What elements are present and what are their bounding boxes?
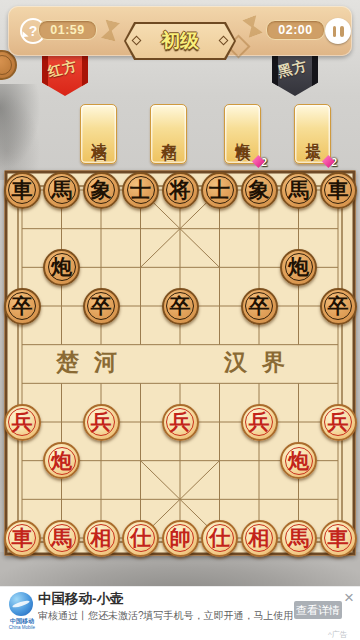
river-label-han: 汉界 bbox=[224, 347, 300, 383]
piece-black-f3r0[interactable]: 士 bbox=[122, 172, 159, 209]
piece-red-f4r9[interactable]: 帥 bbox=[162, 520, 199, 557]
red-timer: 01:59 bbox=[38, 20, 97, 40]
piece-red-f8r9[interactable]: 車 bbox=[320, 520, 357, 557]
ink-smudge-decoration bbox=[0, 84, 46, 180]
xiangqi-board[interactable]: 楚河 汉界 車馬象士将士象馬車炮炮卒卒卒卒卒兵兵兵兵兵炮炮車馬相仕帥仕相馬車 bbox=[4, 170, 356, 556]
piece-black-f1r0[interactable]: 馬 bbox=[43, 172, 80, 209]
piece-black-f4r0[interactable]: 将 bbox=[162, 172, 199, 209]
ad-close-icon[interactable]: × bbox=[344, 588, 354, 608]
logo-caption-en: China Mobile bbox=[2, 625, 42, 630]
piece-red-f0r6[interactable]: 兵 bbox=[4, 404, 41, 441]
top-bar: ? 01:59 初级 02:00 bbox=[8, 6, 352, 56]
piece-black-f2r3[interactable]: 卒 bbox=[83, 288, 120, 325]
background-mountain-art bbox=[0, 552, 360, 588]
piece-black-f2r0[interactable]: 象 bbox=[83, 172, 120, 209]
piece-black-f0r0[interactable]: 車 bbox=[4, 172, 41, 209]
piece-black-f7r2[interactable]: 炮 bbox=[280, 249, 317, 286]
piece-red-f1r7[interactable]: 炮 bbox=[43, 442, 80, 479]
pause-button[interactable] bbox=[325, 18, 351, 44]
piece-red-f7r9[interactable]: 馬 bbox=[280, 520, 317, 557]
piece-red-f2r6[interactable]: 兵 bbox=[83, 404, 120, 441]
ad-tag: ^广告 bbox=[328, 629, 348, 640]
save-game-button[interactable]: 存档 bbox=[150, 104, 187, 164]
level-plaque: 初级 bbox=[124, 22, 236, 60]
piece-black-f7r0[interactable]: 馬 bbox=[280, 172, 317, 209]
piece-black-f6r3[interactable]: 卒 bbox=[241, 288, 278, 325]
undo-move-button[interactable]: 悔棋 2 bbox=[224, 104, 261, 164]
piece-black-f8r3[interactable]: 卒 bbox=[320, 288, 357, 325]
level-label: 初级 bbox=[161, 28, 199, 54]
piece-black-f0r3[interactable]: 卒 bbox=[4, 288, 41, 325]
ad-subtitle: 审核通过丨您还未激活?填写手机号，立即开通，马上使用！！ bbox=[38, 609, 314, 623]
ad-title: 中国移动-小壶 bbox=[38, 590, 124, 608]
hint-button[interactable]: 提示 2 bbox=[294, 104, 331, 164]
hint-count-badge: 2 bbox=[322, 155, 337, 168]
china-mobile-logo-icon bbox=[9, 592, 33, 616]
load-game-button[interactable]: 读档 bbox=[80, 104, 117, 164]
undo-count-badge: 2 bbox=[252, 155, 267, 168]
hourglass-icon bbox=[101, 19, 120, 41]
ad-banner[interactable]: 中国移动 China Mobile 中国移动-小壶 审核通过丨您还未激活?填写手… bbox=[0, 586, 360, 640]
piece-red-f7r7[interactable]: 炮 bbox=[280, 442, 317, 479]
river-label-chu: 楚河 bbox=[56, 347, 132, 383]
piece-red-f0r9[interactable]: 車 bbox=[4, 520, 41, 557]
hourglass-icon bbox=[242, 15, 263, 38]
piece-black-f6r0[interactable]: 象 bbox=[241, 172, 278, 209]
piece-red-f8r6[interactable]: 兵 bbox=[320, 404, 357, 441]
piece-red-f6r6[interactable]: 兵 bbox=[241, 404, 278, 441]
piece-black-f5r0[interactable]: 士 bbox=[201, 172, 238, 209]
black-side-label: 黑方 bbox=[276, 57, 314, 99]
black-timer: 02:00 bbox=[266, 20, 325, 40]
piece-black-f4r3[interactable]: 卒 bbox=[162, 288, 199, 325]
piece-red-f3r9[interactable]: 仕 bbox=[122, 520, 159, 557]
piece-red-f4r6[interactable]: 兵 bbox=[162, 404, 199, 441]
piece-black-f8r0[interactable]: 車 bbox=[320, 172, 357, 209]
piece-red-f2r9[interactable]: 相 bbox=[83, 520, 120, 557]
ad-cta-button[interactable]: 查看详情 bbox=[294, 601, 342, 619]
piece-red-f1r9[interactable]: 馬 bbox=[43, 520, 80, 557]
piece-red-f5r9[interactable]: 仕 bbox=[201, 520, 238, 557]
game-screen: 红方 黑方 ? 01:59 初级 02:00 读档 存档 悔棋 2 提 bbox=[0, 0, 360, 640]
piece-black-f1r2[interactable]: 炮 bbox=[43, 249, 80, 286]
piece-red-f6r9[interactable]: 相 bbox=[241, 520, 278, 557]
red-side-label: 红方 bbox=[46, 57, 84, 99]
